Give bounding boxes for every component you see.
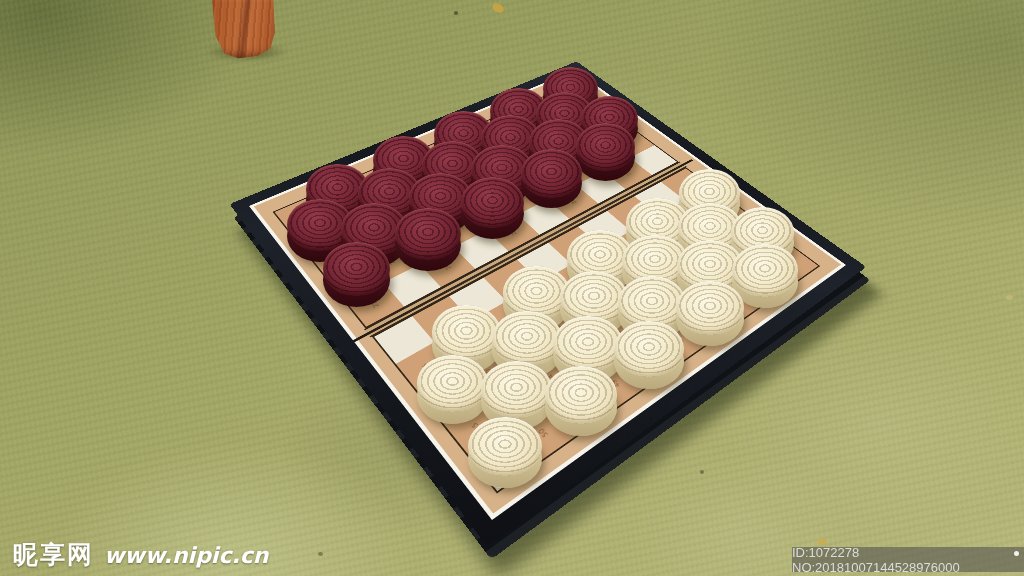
piece-top	[395, 208, 461, 260]
image-id-bar: ID:1072278 NO:20181007144528976000	[792, 547, 1024, 572]
piece-top	[576, 123, 635, 170]
light-piece[interactable]: ⛀	[417, 355, 489, 425]
dark-piece[interactable]: ⛂	[461, 177, 524, 239]
piece-top	[481, 361, 553, 418]
watermark: 昵享网 www.nipic.cn	[13, 538, 269, 571]
piece-top	[461, 177, 524, 228]
piece-top	[492, 311, 562, 367]
piece-top	[323, 242, 391, 296]
piece-top	[676, 281, 744, 335]
light-piece[interactable]: ⛀	[676, 281, 744, 347]
image-id-text: ID:1072278 NO:20181007144528976000	[792, 545, 1024, 575]
watermark-site-url: www.nipic.cn	[104, 543, 269, 568]
light-piece[interactable]: ⛀	[468, 417, 542, 489]
dark-piece[interactable]: ⛂	[521, 149, 582, 209]
piece-top	[432, 305, 502, 361]
dark-piece[interactable]: ⛂	[395, 208, 461, 272]
piece-top	[553, 316, 623, 372]
watermark-site-name: 昵享网	[13, 538, 94, 571]
dark-piece[interactable]: ⛂	[323, 242, 391, 308]
light-piece[interactable]: ⛀	[545, 366, 617, 436]
id-bar-dot-icon	[1014, 551, 1019, 556]
piece-top	[468, 417, 542, 476]
piece-top	[417, 355, 489, 412]
piece-top	[545, 366, 617, 423]
light-piece[interactable]: ⛀	[614, 321, 684, 389]
dark-piece[interactable]: ⛂	[576, 123, 635, 180]
pieces-layer: ⛂⛂⛂⛂⛂⛂⛂⛂⛂⛂⛂⛂⛂⛂⛂⛂⛂⛂⛂⛂⛀⛀⛀⛀⛀⛀⛀⛀⛀⛀⛀⛀⛀⛀⛀⛀⛀⛀⛀⛀	[0, 0, 1024, 576]
photo-stage: 1234567891011121314151617181920212223242…	[0, 0, 1024, 576]
piece-top	[614, 321, 684, 377]
piece-top	[521, 149, 582, 198]
